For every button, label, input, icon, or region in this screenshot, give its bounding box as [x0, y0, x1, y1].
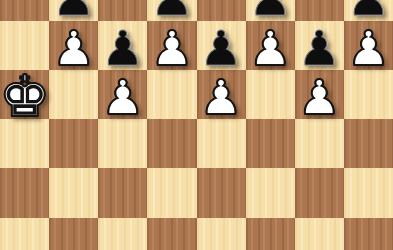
square-e6[interactable]: ♟	[197, 21, 246, 70]
white-pawn[interactable]: ♟	[101, 73, 144, 121]
square-d6[interactable]: ♟	[147, 21, 196, 70]
square-c3[interactable]	[98, 168, 147, 217]
square-c2[interactable]	[98, 218, 147, 250]
square-b2[interactable]	[49, 218, 98, 250]
square-c7[interactable]	[98, 0, 147, 21]
white-king[interactable]: ♚	[0, 68, 50, 125]
square-f2[interactable]	[246, 218, 295, 250]
square-g6[interactable]: ♟	[295, 21, 344, 70]
square-h3[interactable]	[344, 168, 393, 217]
square-f3[interactable]	[246, 168, 295, 217]
chess-board: ♟♟♟♟♟♟♟♟♟♟♟♚♟♟♟	[0, 0, 393, 250]
square-c6[interactable]: ♟	[98, 21, 147, 70]
white-pawn[interactable]: ♟	[150, 24, 193, 72]
square-b7[interactable]: ♟	[49, 0, 98, 21]
square-d7[interactable]: ♟	[147, 0, 196, 21]
square-b5[interactable]	[49, 70, 98, 119]
square-b6[interactable]: ♟	[49, 21, 98, 70]
square-d4[interactable]	[147, 119, 196, 168]
square-f6[interactable]: ♟	[246, 21, 295, 70]
square-d2[interactable]	[147, 218, 196, 250]
square-g5[interactable]: ♟	[295, 70, 344, 119]
square-e2[interactable]	[197, 218, 246, 250]
square-f4[interactable]	[246, 119, 295, 168]
white-pawn[interactable]: ♟	[200, 73, 243, 121]
square-h4[interactable]	[344, 119, 393, 168]
square-h6[interactable]: ♟	[344, 21, 393, 70]
square-f7[interactable]: ♟	[246, 0, 295, 21]
chess-board-viewport: ♟♟♟♟♟♟♟♟♟♟♟♚♟♟♟	[0, 0, 393, 250]
white-pawn[interactable]: ♟	[298, 73, 341, 121]
square-a5[interactable]: ♚	[0, 70, 49, 119]
square-g3[interactable]	[295, 168, 344, 217]
white-pawn[interactable]: ♟	[347, 24, 390, 72]
square-h5[interactable]	[344, 70, 393, 119]
square-d3[interactable]	[147, 168, 196, 217]
black-pawn[interactable]: ♟	[298, 24, 341, 72]
square-h7[interactable]: ♟	[344, 0, 393, 21]
square-e4[interactable]	[197, 119, 246, 168]
square-a3[interactable]	[0, 168, 49, 217]
white-pawn[interactable]: ♟	[52, 24, 95, 72]
square-g7[interactable]	[295, 0, 344, 21]
square-a7[interactable]	[0, 0, 49, 21]
square-b4[interactable]	[49, 119, 98, 168]
square-a2[interactable]	[0, 218, 49, 250]
black-pawn[interactable]: ♟	[200, 24, 243, 72]
black-pawn[interactable]: ♟	[101, 24, 144, 72]
square-f5[interactable]	[246, 70, 295, 119]
square-g2[interactable]	[295, 218, 344, 250]
square-c5[interactable]: ♟	[98, 70, 147, 119]
square-d5[interactable]	[147, 70, 196, 119]
square-e7[interactable]	[197, 0, 246, 21]
square-c4[interactable]	[98, 119, 147, 168]
square-h2[interactable]	[344, 218, 393, 250]
square-b3[interactable]	[49, 168, 98, 217]
square-e3[interactable]	[197, 168, 246, 217]
square-g4[interactable]	[295, 119, 344, 168]
white-pawn[interactable]: ♟	[249, 24, 292, 72]
square-e5[interactable]: ♟	[197, 70, 246, 119]
